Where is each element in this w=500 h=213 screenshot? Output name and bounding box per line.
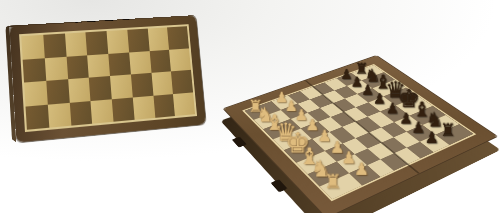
open-board-body: ♜♞♝♛♚♝♞♜♟♟♟♟♟♟♟♟♟♟♟♟♟♟♟♟♜♞♝♛♚♝♞♜ (224, 56, 497, 213)
square-h1: ♜ (320, 173, 362, 199)
piece-black-rook-h8: ♜ (440, 122, 456, 140)
open-chess-board: ♜♞♝♛♚♝♞♜♟♟♟♟♟♟♟♟♟♟♟♟♟♟♟♟♜♞♝♛♚♝♞♜ (252, 18, 460, 213)
inlay-square (68, 78, 91, 103)
inlay-square (69, 101, 92, 126)
piece-white-pawn-h2: ♟ (354, 162, 369, 179)
inlay-square (112, 97, 135, 122)
board-walnut-frame: ♜♞♝♛♚♝♞♜♟♟♟♟♟♟♟♟♟♟♟♟♟♟♟♟♜♞♝♛♚♝♞♜ (224, 56, 497, 213)
closed-box-checker-inlay (21, 26, 195, 130)
inlay-square (86, 31, 109, 55)
inlay-square (129, 51, 151, 75)
inlay-square (147, 27, 169, 50)
chess-set-product-photo: ♜♞♝♛♚♝♞♜♟♟♟♟♟♟♟♟♟♟♟♟♟♟♟♟♜♞♝♛♚♝♞♜ (0, 0, 500, 213)
inlay-square (65, 32, 88, 56)
inlay-square (110, 74, 133, 98)
latch-foot (231, 137, 246, 148)
piece-white-rook-h1: ♜ (324, 172, 342, 192)
inlay-square (87, 53, 110, 77)
piece-black-pawn-h7: ♟ (425, 131, 439, 147)
inlay-square (21, 35, 44, 59)
inlay-square (45, 56, 68, 81)
inlay-square (24, 81, 47, 106)
inlay-square (127, 29, 149, 52)
closed-chess-case (0, 2, 232, 172)
piece-black-pawn-g7: ♟ (412, 121, 426, 136)
inlay-square (151, 71, 173, 95)
inlay-square (107, 30, 129, 54)
inlay-square (66, 55, 89, 79)
piece-black-pawn-d7: ♟ (373, 92, 386, 106)
square-h8: ♜ (436, 124, 474, 145)
square-h7: ♟ (420, 135, 450, 153)
closed-case-body (9, 15, 206, 142)
inlay-square (167, 26, 189, 49)
inlay-square (48, 102, 71, 127)
latch-foot (271, 179, 288, 192)
square-g4 (368, 143, 394, 159)
inlay-square (108, 52, 130, 76)
piece-black-pawn-e7: ♟ (386, 102, 399, 117)
closed-case-front (9, 15, 206, 142)
inlay-square (173, 92, 195, 116)
closed-case-maple-border (19, 24, 197, 132)
inlay-square (153, 94, 175, 118)
inlay-square (171, 70, 193, 94)
inlay-square (23, 58, 46, 83)
inlay-square (43, 34, 66, 58)
inlay-square (91, 99, 114, 124)
inlay-square (46, 79, 69, 104)
inlay-square (131, 73, 153, 97)
inlay-square (149, 49, 171, 73)
inlay-square (133, 95, 155, 120)
inlay-square (89, 76, 112, 101)
inlay-square (25, 104, 49, 130)
inlay-square (169, 48, 191, 71)
